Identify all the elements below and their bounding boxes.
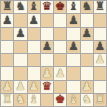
square-f1[interactable]: ♝ <box>67 94 79 106</box>
square-h3[interactable] <box>94 67 106 79</box>
square-b5[interactable] <box>14 41 26 53</box>
square-g8[interactable]: ♞ <box>81 1 93 13</box>
white-bishop-icon[interactable]: ♝ <box>28 94 38 105</box>
square-h8[interactable]: ♜ <box>94 1 106 13</box>
white-pawn-icon[interactable]: ♟ <box>2 81 12 92</box>
square-d3[interactable]: ♟ <box>41 67 53 79</box>
square-h6[interactable] <box>94 28 106 40</box>
square-b3[interactable] <box>14 67 26 79</box>
black-pawn-icon[interactable]: ♟ <box>68 41 78 52</box>
square-a2[interactable]: ♟ <box>1 81 13 93</box>
square-g6[interactable]: ♟ <box>81 28 93 40</box>
square-b2[interactable]: ♟ <box>14 81 26 93</box>
square-b8[interactable]: ♞ <box>14 1 26 13</box>
square-g4[interactable] <box>81 54 93 66</box>
white-queen-icon[interactable]: ♛ <box>42 81 52 92</box>
square-a1[interactable]: ♜ <box>1 94 13 106</box>
white-king-icon[interactable]: ♚ <box>55 94 65 105</box>
square-a8[interactable]: ♜ <box>1 1 13 13</box>
black-bishop-icon[interactable]: ♝ <box>28 1 38 12</box>
square-f4[interactable] <box>67 54 79 66</box>
white-rook-icon[interactable]: ♜ <box>95 94 105 105</box>
square-f2[interactable] <box>67 81 79 93</box>
square-f3[interactable] <box>67 67 79 79</box>
square-e3[interactable]: ♟ <box>54 67 66 79</box>
square-f6[interactable] <box>67 28 79 40</box>
square-h1[interactable]: ♜ <box>94 94 106 106</box>
chess-board: ♜♞♝♛♚♝♞♜♟♟♟♟♟♟♟♟♟♟♟♟♟♟♛♟♜♞♝♚♝♞♜ <box>0 0 107 107</box>
square-a7[interactable]: ♟ <box>1 14 13 26</box>
square-h4[interactable]: ♟ <box>94 54 106 66</box>
square-c1[interactable]: ♝ <box>28 94 40 106</box>
chess-app-window: ♜♞♝♛♚♝♞♜♟♟♟♟♟♟♟♟♟♟♟♟♟♟♛♟♜♞♝♚♝♞♜ <box>0 0 107 107</box>
white-knight-icon[interactable]: ♞ <box>15 94 25 105</box>
square-e5[interactable] <box>54 41 66 53</box>
black-pawn-icon[interactable]: ♟ <box>68 14 78 25</box>
square-f5[interactable]: ♟ <box>67 41 79 53</box>
square-e4[interactable] <box>54 54 66 66</box>
square-g7[interactable] <box>81 14 93 26</box>
square-d7[interactable] <box>41 14 53 26</box>
square-c2[interactable]: ♟ <box>28 81 40 93</box>
square-h2[interactable] <box>94 81 106 93</box>
square-b7[interactable] <box>14 14 26 26</box>
square-c6[interactable] <box>28 28 40 40</box>
square-a6[interactable] <box>1 28 13 40</box>
white-pawn-icon[interactable]: ♟ <box>95 54 105 65</box>
square-e1[interactable]: ♚ <box>54 94 66 106</box>
black-rook-icon[interactable]: ♜ <box>95 1 105 12</box>
square-g3[interactable] <box>81 67 93 79</box>
square-d1[interactable] <box>41 94 53 106</box>
square-b6[interactable]: ♟ <box>14 28 26 40</box>
square-h7[interactable] <box>94 14 106 26</box>
square-c4[interactable] <box>28 54 40 66</box>
black-pawn-icon[interactable]: ♟ <box>95 41 105 52</box>
white-pawn-icon[interactable]: ♟ <box>55 67 65 78</box>
square-c7[interactable]: ♟ <box>28 14 40 26</box>
black-knight-icon[interactable]: ♞ <box>81 1 91 12</box>
square-g2[interactable]: ♟ <box>81 81 93 93</box>
square-g5[interactable] <box>81 41 93 53</box>
square-a4[interactable] <box>1 54 13 66</box>
white-pawn-icon[interactable]: ♟ <box>28 81 38 92</box>
black-pawn-icon[interactable]: ♟ <box>28 14 38 25</box>
square-c3[interactable] <box>28 67 40 79</box>
square-e2[interactable] <box>54 81 66 93</box>
black-pawn-icon[interactable]: ♟ <box>81 28 91 39</box>
black-bishop-icon[interactable]: ♝ <box>68 1 78 12</box>
white-bishop-icon[interactable]: ♝ <box>68 94 78 105</box>
white-knight-icon[interactable]: ♞ <box>81 94 91 105</box>
square-d8[interactable]: ♛ <box>41 1 53 13</box>
black-pawn-icon[interactable]: ♟ <box>15 28 25 39</box>
square-g1[interactable]: ♞ <box>81 94 93 106</box>
square-b4[interactable] <box>14 54 26 66</box>
square-e8[interactable]: ♚ <box>54 1 66 13</box>
black-rook-icon[interactable]: ♜ <box>2 1 12 12</box>
black-pawn-icon[interactable]: ♟ <box>2 14 12 25</box>
square-a3[interactable] <box>1 67 13 79</box>
square-h5[interactable]: ♟ <box>94 41 106 53</box>
square-d4[interactable] <box>41 54 53 66</box>
square-d2[interactable]: ♛ <box>41 81 53 93</box>
black-queen-icon[interactable]: ♛ <box>42 1 52 12</box>
square-d5[interactable]: ♟ <box>41 41 53 53</box>
black-knight-icon[interactable]: ♞ <box>15 1 25 12</box>
white-pawn-icon[interactable]: ♟ <box>42 67 52 78</box>
square-e6[interactable] <box>54 28 66 40</box>
black-pawn-icon[interactable]: ♟ <box>42 41 52 52</box>
square-f7[interactable]: ♟ <box>67 14 79 26</box>
square-b1[interactable]: ♞ <box>14 94 26 106</box>
square-a5[interactable] <box>1 41 13 53</box>
square-c5[interactable] <box>28 41 40 53</box>
square-e7[interactable] <box>54 14 66 26</box>
white-pawn-icon[interactable]: ♟ <box>81 81 91 92</box>
square-f8[interactable]: ♝ <box>67 1 79 13</box>
square-d6[interactable] <box>41 28 53 40</box>
white-rook-icon[interactable]: ♜ <box>2 94 12 105</box>
white-pawn-icon[interactable]: ♟ <box>15 81 25 92</box>
black-king-icon[interactable]: ♚ <box>55 1 65 12</box>
square-c8[interactable]: ♝ <box>28 1 40 13</box>
